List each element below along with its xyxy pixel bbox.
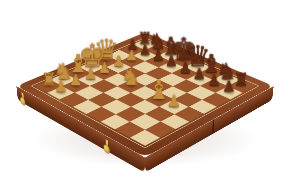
- chess-piece-white-n: ♞: [121, 66, 142, 89]
- brass-latch-icon: [104, 138, 110, 155]
- brass-latch-icon: [20, 91, 26, 107]
- fold-seam-side: [213, 119, 215, 134]
- chess-set-photo: ♜♞♝♚♛♝♞♜♟♟♟♟♟♟♟♟♟♛♟♚♟♞♝♟♝♟♞♟♜♟: [0, 0, 290, 177]
